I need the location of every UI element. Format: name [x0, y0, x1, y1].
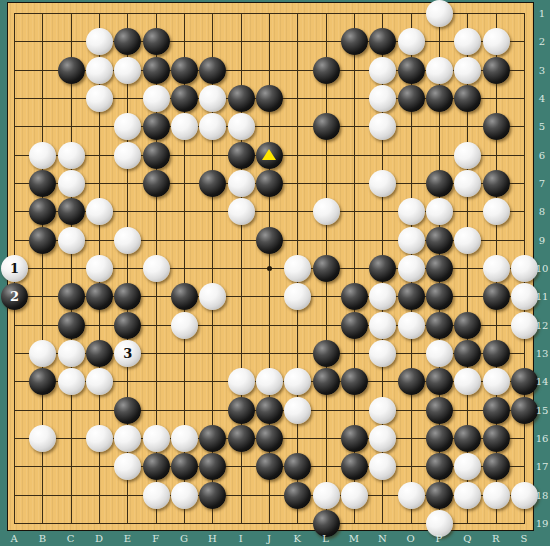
white-stone — [483, 28, 510, 55]
black-stone — [454, 312, 481, 339]
white-stone — [29, 425, 56, 452]
black-stone — [58, 283, 85, 310]
white-stone — [29, 340, 56, 367]
white-stone — [114, 57, 141, 84]
white-stone — [171, 113, 198, 140]
row-label: 13 — [534, 347, 550, 358]
black-stone — [398, 283, 425, 310]
black-stone — [341, 453, 368, 480]
white-stone — [369, 397, 396, 424]
black-stone — [199, 57, 226, 84]
black-stone — [426, 312, 453, 339]
black-stone — [398, 85, 425, 112]
white-stone — [114, 227, 141, 254]
white-stone — [483, 482, 510, 509]
row-label: 8 — [534, 206, 550, 217]
white-stone — [313, 482, 340, 509]
white-stone — [341, 482, 368, 509]
black-stone — [483, 283, 510, 310]
black-stone — [29, 198, 56, 225]
column-label: M — [349, 533, 359, 544]
row-label: 6 — [534, 149, 550, 160]
white-stone — [58, 227, 85, 254]
white-stone — [454, 482, 481, 509]
row-label: 17 — [534, 461, 550, 472]
white-stone — [29, 142, 56, 169]
grid-line-horizontal — [14, 126, 525, 127]
white-stone — [86, 28, 113, 55]
black-stone — [426, 170, 453, 197]
black-stone — [256, 85, 283, 112]
white-stone — [58, 170, 85, 197]
white-stone — [426, 57, 453, 84]
white-stone — [86, 255, 113, 282]
black-stone — [29, 368, 56, 395]
black-stone — [341, 312, 368, 339]
white-stone — [284, 255, 311, 282]
column-label: Q — [463, 533, 471, 544]
black-stone — [483, 57, 510, 84]
row-label: 3 — [534, 64, 550, 75]
black-stone — [341, 283, 368, 310]
white-stone — [228, 170, 255, 197]
move-number-label: 1 — [1, 255, 28, 282]
black-stone — [313, 368, 340, 395]
black-stone — [86, 283, 113, 310]
black-stone — [454, 425, 481, 452]
white-stone — [454, 170, 481, 197]
white-stone — [171, 425, 198, 452]
white-stone — [199, 283, 226, 310]
row-label: 4 — [534, 92, 550, 103]
black-stone — [426, 255, 453, 282]
black-stone — [114, 397, 141, 424]
move-number-label: 3 — [114, 340, 141, 367]
black-stone — [454, 85, 481, 112]
column-label: F — [152, 533, 159, 544]
black-stone — [29, 170, 56, 197]
white-stone — [86, 425, 113, 452]
black-stone — [199, 453, 226, 480]
black-stone — [29, 227, 56, 254]
black-stone — [426, 368, 453, 395]
black-stone — [114, 28, 141, 55]
black-stone — [284, 453, 311, 480]
column-label: B — [39, 533, 46, 544]
black-stone — [114, 312, 141, 339]
white-stone — [369, 283, 396, 310]
column-label: S — [521, 533, 528, 544]
white-stone — [426, 340, 453, 367]
white-stone — [228, 368, 255, 395]
black-stone — [171, 57, 198, 84]
white-stone — [86, 85, 113, 112]
black-stone — [369, 28, 396, 55]
black-stone — [426, 283, 453, 310]
black-stone — [256, 453, 283, 480]
column-label: N — [378, 533, 387, 544]
black-stone — [143, 170, 170, 197]
black-stone — [143, 113, 170, 140]
black-stone — [398, 57, 425, 84]
black-stone — [313, 57, 340, 84]
black-stone — [313, 113, 340, 140]
white-stone — [369, 312, 396, 339]
move-number-label: 2 — [1, 283, 28, 310]
white-stone — [114, 453, 141, 480]
black-stone — [143, 142, 170, 169]
white-stone — [284, 368, 311, 395]
white-stone — [171, 312, 198, 339]
go-game-screen: 123 ABCDEFGHIJKLMNOPQRS 1234567891011121… — [0, 0, 550, 546]
column-label: P — [436, 533, 443, 544]
black-stone — [228, 397, 255, 424]
row-label: 9 — [534, 234, 550, 245]
white-stone — [143, 255, 170, 282]
black-stone — [58, 312, 85, 339]
white-stone — [143, 425, 170, 452]
black-stone — [171, 85, 198, 112]
row-label: 7 — [534, 177, 550, 188]
column-label: O — [407, 533, 415, 544]
black-stone — [171, 453, 198, 480]
white-stone — [483, 255, 510, 282]
white-stone — [483, 368, 510, 395]
white-stone — [369, 453, 396, 480]
row-label: 2 — [534, 36, 550, 47]
black-stone — [86, 340, 113, 367]
black-stone — [483, 453, 510, 480]
black-stone — [483, 340, 510, 367]
white-stone — [58, 340, 85, 367]
row-label: 5 — [534, 121, 550, 132]
row-label: 19 — [534, 517, 550, 528]
column-label: C — [67, 533, 75, 544]
white-stone — [454, 28, 481, 55]
white-stone — [454, 368, 481, 395]
black-stone — [256, 397, 283, 424]
white-stone — [114, 425, 141, 452]
black-stone — [256, 227, 283, 254]
white-stone — [58, 142, 85, 169]
white-stone — [86, 57, 113, 84]
black-stone — [114, 283, 141, 310]
white-stone — [86, 368, 113, 395]
white-stone — [313, 198, 340, 225]
white-stone — [114, 113, 141, 140]
white-stone — [398, 198, 425, 225]
row-label: 16 — [534, 432, 550, 443]
black-stone — [199, 482, 226, 509]
go-board[interactable]: 123 — [7, 2, 534, 531]
black-stone — [341, 425, 368, 452]
column-label: L — [322, 533, 329, 544]
white-stone — [143, 482, 170, 509]
white-stone — [284, 397, 311, 424]
white-stone — [284, 283, 311, 310]
white-stone — [426, 198, 453, 225]
black-stone — [228, 425, 255, 452]
row-label: 18 — [534, 489, 550, 500]
column-label: G — [180, 533, 188, 544]
black-stone — [483, 425, 510, 452]
black-stone — [143, 453, 170, 480]
black-stone — [228, 85, 255, 112]
black-stone — [199, 425, 226, 452]
row-label: 10 — [534, 262, 550, 273]
black-stone — [483, 170, 510, 197]
white-stone — [114, 142, 141, 169]
white-stone — [143, 85, 170, 112]
white-stone — [369, 57, 396, 84]
white-stone — [199, 85, 226, 112]
row-label: 1 — [534, 8, 550, 19]
white-stone — [398, 227, 425, 254]
white-stone — [454, 142, 481, 169]
black-stone — [199, 170, 226, 197]
black-stone — [313, 255, 340, 282]
black-stone — [426, 453, 453, 480]
white-stone — [483, 198, 510, 225]
black-stone — [426, 397, 453, 424]
white-stone — [426, 0, 453, 27]
black-stone — [369, 255, 396, 282]
white-stone — [171, 482, 198, 509]
column-label: J — [267, 533, 271, 544]
column-label: A — [10, 533, 17, 544]
column-label: I — [239, 533, 243, 544]
star-point — [267, 266, 272, 271]
white-stone — [454, 57, 481, 84]
white-stone — [86, 198, 113, 225]
row-label: 11 — [534, 291, 550, 302]
white-stone — [369, 425, 396, 452]
column-label: E — [124, 533, 131, 544]
white-stone — [228, 113, 255, 140]
row-label: 14 — [534, 376, 550, 387]
white-stone — [398, 28, 425, 55]
white-stone — [369, 113, 396, 140]
black-stone — [341, 28, 368, 55]
white-stone — [58, 368, 85, 395]
white-stone — [256, 368, 283, 395]
black-stone — [228, 142, 255, 169]
black-stone — [483, 397, 510, 424]
black-stone — [143, 28, 170, 55]
black-stone — [58, 198, 85, 225]
black-stone — [341, 368, 368, 395]
black-stone — [426, 425, 453, 452]
black-stone — [171, 283, 198, 310]
column-label: D — [95, 533, 103, 544]
black-stone — [483, 113, 510, 140]
black-stone — [426, 85, 453, 112]
black-stone — [426, 482, 453, 509]
white-stone — [228, 198, 255, 225]
white-stone — [369, 170, 396, 197]
white-stone — [398, 482, 425, 509]
column-label: H — [208, 533, 217, 544]
white-stone — [369, 340, 396, 367]
column-label: R — [492, 533, 500, 544]
white-stone — [199, 113, 226, 140]
row-label: 12 — [534, 319, 550, 330]
black-stone — [313, 340, 340, 367]
black-stone — [256, 170, 283, 197]
triangle-marker — [262, 149, 276, 160]
column-label: K — [294, 533, 301, 544]
white-stone — [398, 312, 425, 339]
black-stone — [454, 340, 481, 367]
black-stone — [256, 425, 283, 452]
white-stone — [398, 255, 425, 282]
white-stone — [454, 227, 481, 254]
black-stone — [398, 368, 425, 395]
white-stone — [369, 85, 396, 112]
black-stone — [143, 57, 170, 84]
white-stone — [454, 453, 481, 480]
row-label: 15 — [534, 404, 550, 415]
black-stone — [284, 482, 311, 509]
black-stone — [426, 227, 453, 254]
black-stone — [58, 57, 85, 84]
